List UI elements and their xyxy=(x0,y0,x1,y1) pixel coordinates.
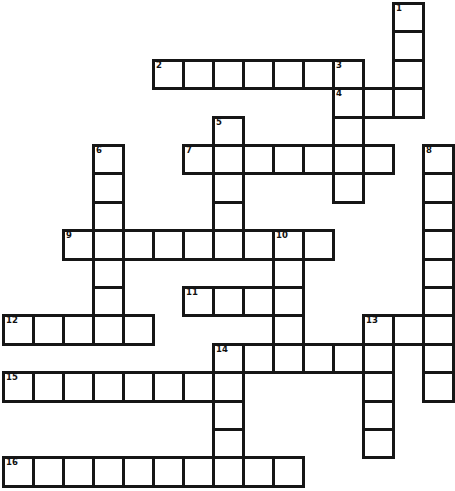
cell-r16c1[interactable] xyxy=(32,456,65,487)
cell-r12c10[interactable] xyxy=(302,343,335,374)
cell-r13c2[interactable] xyxy=(62,371,95,402)
cell-r10c8[interactable] xyxy=(242,286,275,317)
cell-r5c12[interactable] xyxy=(362,144,395,175)
clue-number-13: 13 xyxy=(366,316,378,325)
cell-r11c1[interactable] xyxy=(32,314,65,345)
cell-r14c7[interactable] xyxy=(212,400,245,431)
cell-r2c11[interactable]: 3 xyxy=(332,59,365,90)
cell-r3c11[interactable]: 4 xyxy=(332,87,365,118)
cell-r6c3[interactable] xyxy=(92,172,125,203)
cell-r9c3[interactable] xyxy=(92,258,125,289)
cell-r8c5[interactable] xyxy=(152,229,185,260)
cell-r16c4[interactable] xyxy=(122,456,155,487)
cell-r16c0[interactable]: 16 xyxy=(2,456,35,487)
cell-r11c9[interactable] xyxy=(272,314,305,345)
cell-r10c3[interactable] xyxy=(92,286,125,317)
cell-r8c10[interactable] xyxy=(302,229,335,260)
cell-r13c0[interactable]: 15 xyxy=(2,371,35,402)
cell-r5c8[interactable] xyxy=(242,144,275,175)
cell-r10c9[interactable] xyxy=(272,286,305,317)
cell-r8c4[interactable] xyxy=(122,229,155,260)
cell-r8c2[interactable]: 9 xyxy=(62,229,95,260)
clue-number-14: 14 xyxy=(216,345,228,354)
cell-r5c14[interactable]: 8 xyxy=(422,144,455,175)
cell-r5c3[interactable]: 6 xyxy=(92,144,125,175)
cell-r14c12[interactable] xyxy=(362,400,395,431)
cell-r2c9[interactable] xyxy=(272,59,305,90)
cell-r2c6[interactable] xyxy=(182,59,215,90)
cell-r13c6[interactable] xyxy=(182,371,215,402)
cell-r11c12[interactable]: 13 xyxy=(362,314,395,345)
cell-r16c6[interactable] xyxy=(182,456,215,487)
clue-number-2: 2 xyxy=(156,61,162,70)
clue-number-4: 4 xyxy=(336,89,342,98)
cell-r8c14[interactable] xyxy=(422,229,455,260)
cell-r16c3[interactable] xyxy=(92,456,125,487)
clue-number-10: 10 xyxy=(276,231,288,240)
cell-r15c7[interactable] xyxy=(212,428,245,459)
cell-r9c9[interactable] xyxy=(272,258,305,289)
cell-r3c12[interactable] xyxy=(362,87,395,118)
cell-r7c7[interactable] xyxy=(212,201,245,232)
cell-r12c9[interactable] xyxy=(272,343,305,374)
crossword-board: 12345678910111213141516 xyxy=(0,0,455,491)
cell-r13c7[interactable] xyxy=(212,371,245,402)
cell-r13c1[interactable] xyxy=(32,371,65,402)
clue-number-5: 5 xyxy=(216,118,222,127)
cell-r11c2[interactable] xyxy=(62,314,95,345)
cell-r11c13[interactable] xyxy=(392,314,425,345)
cell-r6c14[interactable] xyxy=(422,172,455,203)
cell-r11c14[interactable] xyxy=(422,314,455,345)
clue-number-3: 3 xyxy=(336,61,342,70)
cell-r15c12[interactable] xyxy=(362,428,395,459)
cell-r10c14[interactable] xyxy=(422,286,455,317)
cell-r9c14[interactable] xyxy=(422,258,455,289)
cell-r13c3[interactable] xyxy=(92,371,125,402)
cell-r12c11[interactable] xyxy=(332,343,365,374)
cell-r7c14[interactable] xyxy=(422,201,455,232)
cell-r16c8[interactable] xyxy=(242,456,275,487)
cell-r12c12[interactable] xyxy=(362,343,395,374)
cell-r5c6[interactable]: 7 xyxy=(182,144,215,175)
cell-r2c10[interactable] xyxy=(302,59,335,90)
cell-r5c9[interactable] xyxy=(272,144,305,175)
cell-r4c11[interactable] xyxy=(332,116,365,147)
cell-r8c6[interactable] xyxy=(182,229,215,260)
cell-r13c12[interactable] xyxy=(362,371,395,402)
cell-r7c3[interactable] xyxy=(92,201,125,232)
cell-r11c4[interactable] xyxy=(122,314,155,345)
cell-r0c13[interactable]: 1 xyxy=(392,2,425,33)
cell-r8c8[interactable] xyxy=(242,229,275,260)
cell-r6c11[interactable] xyxy=(332,172,365,203)
clue-number-6: 6 xyxy=(96,146,102,155)
cell-r11c3[interactable] xyxy=(92,314,125,345)
cell-r16c7[interactable] xyxy=(212,456,245,487)
cell-r11c0[interactable]: 12 xyxy=(2,314,35,345)
cell-r2c7[interactable] xyxy=(212,59,245,90)
cell-r12c7[interactable]: 14 xyxy=(212,343,245,374)
cell-r10c7[interactable] xyxy=(212,286,245,317)
cell-r5c7[interactable] xyxy=(212,144,245,175)
cell-r13c4[interactable] xyxy=(122,371,155,402)
cell-r2c5[interactable]: 2 xyxy=(152,59,185,90)
cell-r8c7[interactable] xyxy=(212,229,245,260)
cell-r4c7[interactable]: 5 xyxy=(212,116,245,147)
cell-r1c13[interactable] xyxy=(392,30,425,61)
cell-r16c5[interactable] xyxy=(152,456,185,487)
cell-r6c7[interactable] xyxy=(212,172,245,203)
cell-r10c6[interactable]: 11 xyxy=(182,286,215,317)
cell-r8c9[interactable]: 10 xyxy=(272,229,305,260)
clue-number-15: 15 xyxy=(6,373,18,382)
cell-r16c2[interactable] xyxy=(62,456,95,487)
cell-r2c8[interactable] xyxy=(242,59,275,90)
cell-r16c9[interactable] xyxy=(272,456,305,487)
cell-r3c13[interactable] xyxy=(392,87,425,118)
cell-r8c3[interactable] xyxy=(92,229,125,260)
clue-number-11: 11 xyxy=(186,288,198,297)
clue-number-12: 12 xyxy=(6,316,18,325)
cell-r5c10[interactable] xyxy=(302,144,335,175)
clue-number-7: 7 xyxy=(186,146,192,155)
cell-r13c14[interactable] xyxy=(422,371,455,402)
clue-number-9: 9 xyxy=(66,231,72,240)
clue-number-8: 8 xyxy=(426,146,432,155)
cell-r13c5[interactable] xyxy=(152,371,185,402)
cell-r12c14[interactable] xyxy=(422,343,455,374)
cell-r12c8[interactable] xyxy=(242,343,275,374)
clue-number-16: 16 xyxy=(6,458,18,467)
cell-r2c13[interactable] xyxy=(392,59,425,90)
cell-r5c11[interactable] xyxy=(332,144,365,175)
clue-number-1: 1 xyxy=(396,4,402,13)
